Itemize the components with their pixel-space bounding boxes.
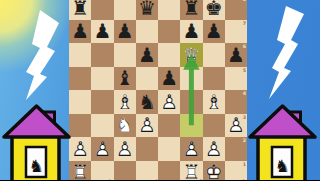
white-rook-a1: ♜♖ [69,161,91,181]
square-b3[interactable] [91,114,113,138]
square-b5[interactable] [91,67,113,91]
thumbnail-scene: ♜♛♜♚8♟♟♟♟♟7♟♛♕♟6♝♟5♝♗♞♟♙♝♗4♞♘♟♙♟♙3♟♙♟♙♟♙… [0,0,320,180]
square-g4[interactable]: ♝♗ [203,90,225,114]
square-c1[interactable]: c [114,161,136,181]
square-h5[interactable]: 5 [225,67,247,91]
square-f3[interactable] [180,114,202,138]
white-queen-f6: ♛♕ [180,43,202,67]
square-g7[interactable]: ♟ [203,20,225,44]
rank-label-4: 4 [243,91,246,96]
square-c8[interactable] [114,0,136,20]
house-right-roof [250,106,315,137]
square-a2[interactable]: ♟♙ [69,137,91,161]
square-b2[interactable]: ♟♙ [91,137,113,161]
square-d3[interactable]: ♟♙ [136,114,158,138]
square-a7[interactable]: ♟ [69,20,91,44]
black-rook-a8: ♜ [69,0,91,20]
square-c3[interactable]: ♞♘ [114,114,136,138]
square-g6[interactable] [203,43,225,67]
square-a8[interactable]: ♜ [69,0,91,20]
square-f5[interactable] [180,67,202,91]
square-h8[interactable]: 8 [225,0,247,20]
file-label-e: e [176,179,179,180]
square-e4[interactable]: ♟♙ [158,90,180,114]
square-c5[interactable]: ♝ [114,67,136,91]
square-b6[interactable] [91,43,113,67]
square-g5[interactable] [203,67,225,91]
white-pawn-a2: ♟♙ [69,137,91,161]
house-left: ♞ [4,106,69,180]
white-king-g1: ♚♔ [203,161,225,181]
square-f1[interactable]: ♜♖f [180,161,202,181]
file-label-h: h [243,179,246,180]
house-left-body [12,135,59,181]
square-e1[interactable]: e [158,161,180,181]
square-e6[interactable] [158,43,180,67]
square-a1[interactable]: ♜♖a [69,161,91,181]
square-e2[interactable] [158,137,180,161]
square-c7[interactable]: ♟ [114,20,136,44]
white-pawn-d3: ♟♙ [136,114,158,138]
square-b4[interactable] [91,90,113,114]
house-right: ♞ [250,106,315,180]
square-a6[interactable] [69,43,91,67]
square-h6[interactable]: ♟6 [225,43,247,67]
square-b7[interactable]: ♟ [91,20,113,44]
white-rook-f1: ♜♖ [180,161,202,181]
square-d2[interactable] [136,137,158,161]
square-d7[interactable] [136,20,158,44]
rank-label-5: 5 [243,68,246,73]
house-right-knight-icon: ♞ [274,156,289,176]
square-f7[interactable]: ♟ [180,20,202,44]
house-right-body [258,135,305,181]
black-pawn-h6: ♟ [225,43,247,67]
square-g3[interactable] [203,114,225,138]
square-e8[interactable] [158,0,180,20]
square-c4[interactable]: ♝♗ [114,90,136,114]
square-f6[interactable]: ♛♕ [180,43,202,67]
white-pawn-g2: ♟♙ [203,137,225,161]
file-label-b: b [109,179,112,180]
file-label-d: d [154,179,157,180]
square-a3[interactable] [69,114,91,138]
square-f8[interactable]: ♜ [180,0,202,20]
square-g2[interactable]: ♟♙ [203,137,225,161]
square-g8[interactable]: ♚ [203,0,225,20]
white-bishop-g4: ♝♗ [203,90,225,114]
lightning-bolt-right-icon [269,6,304,99]
square-c2[interactable]: ♟♙ [114,137,136,161]
white-pawn-c2: ♟♙ [114,137,136,161]
square-e5[interactable]: ♟ [158,67,180,91]
black-pawn-a7: ♟ [69,20,91,44]
black-pawn-g7: ♟ [203,20,225,44]
square-d4[interactable]: ♞ [136,90,158,114]
lightning-bolt-left-icon [26,10,59,100]
black-pawn-d6: ♟ [136,43,158,67]
rank-label-8: 8 [243,0,246,2]
house-left-door [26,147,46,177]
black-pawn-f7: ♟ [180,20,202,44]
file-label-c: c [132,179,135,180]
square-h2[interactable]: 2 [225,137,247,161]
house-left-chimney [45,112,55,128]
square-f4[interactable] [180,90,202,114]
square-h7[interactable]: 7 [225,20,247,44]
black-pawn-e5: ♟ [158,67,180,91]
white-knight-c3: ♞♘ [114,114,136,138]
black-king-g8: ♚ [203,0,225,20]
house-right-chimney [291,112,301,128]
black-pawn-b7: ♟ [91,20,113,44]
square-b1[interactable]: b [91,161,113,181]
white-pawn-e4: ♟♙ [158,90,180,114]
white-bishop-c4: ♝♗ [114,90,136,114]
square-a5[interactable] [69,67,91,91]
black-queen-d8: ♛ [136,0,158,20]
chess-board: ♜♛♜♚8♟♟♟♟♟7♟♛♕♟6♝♟5♝♗♞♟♙♝♗4♞♘♟♙♟♙3♟♙♟♙♟♙… [69,0,247,180]
black-rook-f8: ♜ [180,0,202,20]
square-d6[interactable]: ♟ [136,43,158,67]
white-pawn-h3: ♟♙ [225,114,247,138]
black-knight-d4: ♞ [136,90,158,114]
square-b8[interactable] [91,0,113,20]
white-pawn-b2: ♟♙ [91,137,113,161]
square-e3[interactable] [158,114,180,138]
house-left-knight-icon: ♞ [28,156,43,176]
square-d8[interactable]: ♛ [136,0,158,20]
square-f2[interactable]: ♟♙ [180,137,202,161]
square-d5[interactable] [136,67,158,91]
black-pawn-c7: ♟ [114,20,136,44]
house-left-roof [4,106,69,137]
rank-label-7: 7 [243,21,246,26]
square-e7[interactable] [158,20,180,44]
square-g1[interactable]: ♚♔g [203,161,225,181]
square-a4[interactable] [69,90,91,114]
rank-label-1: 1 [243,162,246,167]
house-right-door [272,147,292,177]
square-h1[interactable]: 1h [225,161,247,181]
white-pawn-f2: ♟♙ [180,137,202,161]
black-bishop-c5: ♝ [114,67,136,91]
rank-label-2: 2 [243,138,246,143]
square-h4[interactable]: 4 [225,90,247,114]
square-d1[interactable]: d [136,161,158,181]
square-h3[interactable]: ♟♙3 [225,114,247,138]
square-c6[interactable] [114,43,136,67]
